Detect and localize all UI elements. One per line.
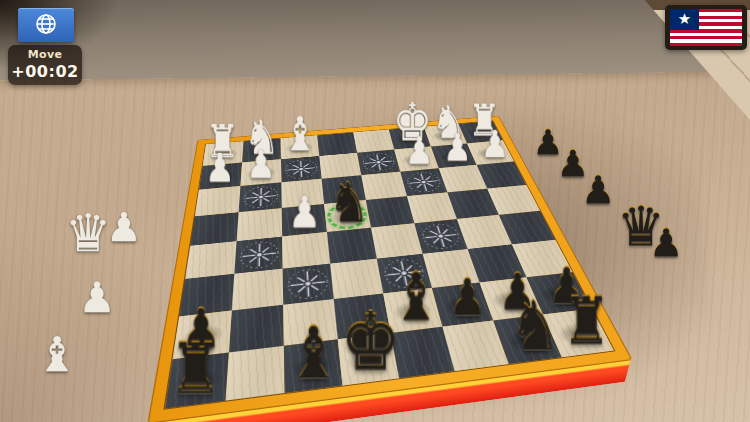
square-c4[interactable] (407, 192, 457, 223)
square-c7[interactable]: ♟ (432, 283, 493, 327)
black-knight-e4[interactable]: ♞ (328, 177, 369, 229)
square-g5[interactable] (234, 237, 282, 274)
square-b2[interactable]: ♟ (431, 143, 477, 168)
square-g6[interactable] (232, 269, 283, 311)
black-rook-h8[interactable]: ♜ (169, 337, 222, 403)
square-f1[interactable]: ♝ (281, 135, 320, 159)
captured-white-bishop: ♝ (35, 332, 78, 378)
captured-white-pawn: ♟ (106, 208, 142, 246)
board-scene: ♜♞♝♚♞♜♟♟ ♟♟♟ ♟♞ ♟♝♟♟♟♜♝♚♞♜ (110, 46, 670, 422)
square-g4[interactable] (237, 208, 283, 241)
player-flag-badge: ★ (665, 5, 747, 50)
black-king-e8[interactable]: ♚ (340, 305, 400, 380)
move-hint-star-c3[interactable] (403, 170, 444, 195)
chess-app-screen: ♜♞♝♚♞♜♟♟ ♟♟♟ ♟♞ ♟♝♟♟♟♜♝♚♞♜ ♛♟♟♝♟♟♟♛♟ (0, 0, 750, 422)
black-knight-b8[interactable]: ♞ (509, 294, 561, 359)
white-pawn-h2[interactable]: ♟ (205, 150, 235, 187)
liberia-flag: ★ (670, 9, 742, 46)
white-pawn-f4[interactable]: ♟ (288, 192, 321, 233)
square-h8[interactable]: ♜ (165, 352, 229, 408)
white-pawn-b2[interactable]: ♟ (443, 130, 471, 166)
square-a5[interactable] (499, 211, 555, 244)
move-timer: Move +00:02 (8, 45, 82, 85)
move-hint-star-f2[interactable] (283, 157, 319, 180)
black-bishop-f8[interactable]: ♝ (287, 320, 341, 387)
move-timer-value: +00:02 (8, 62, 82, 81)
captured-white-queen: ♛ (65, 209, 112, 258)
square-f6[interactable] (283, 264, 334, 305)
white-bishop-f1[interactable]: ♝ (282, 112, 318, 157)
captured-white-pawn: ♟ (78, 278, 116, 318)
white-pawn-g2[interactable]: ♟ (246, 146, 276, 183)
square-g3[interactable] (239, 182, 282, 212)
move-hint-star-g5[interactable] (237, 239, 279, 272)
globe-icon (34, 12, 58, 39)
square-e5[interactable] (327, 228, 377, 264)
square-e8[interactable]: ♚ (338, 333, 399, 386)
globe-button[interactable] (18, 8, 74, 42)
square-a2[interactable]: ♟ (467, 140, 514, 165)
white-pawn-c2[interactable]: ♟ (405, 133, 434, 169)
square-g2[interactable]: ♟ (240, 159, 281, 186)
square-g8[interactable] (225, 346, 284, 401)
square-b8[interactable]: ♞ (493, 315, 562, 364)
move-hint-star-c5[interactable] (417, 221, 464, 252)
square-f8[interactable]: ♝ (284, 339, 343, 393)
square-d4[interactable] (366, 196, 414, 228)
flag-canton: ★ (670, 9, 699, 30)
square-f2[interactable] (281, 156, 322, 182)
flag-star-icon: ★ (678, 12, 691, 27)
square-f5[interactable] (282, 232, 330, 268)
square-g7[interactable] (229, 305, 284, 353)
black-rook-a8[interactable]: ♜ (563, 291, 612, 352)
move-timer-label: Move (8, 48, 82, 61)
square-b5[interactable] (457, 215, 512, 249)
square-c2[interactable]: ♟ (394, 146, 438, 171)
captured-black-pawn: ♟ (649, 225, 683, 261)
square-f4[interactable]: ♟ (282, 204, 327, 237)
square-e4[interactable]: ♞ (324, 200, 371, 232)
black-pawn-c7[interactable]: ♟ (448, 274, 486, 322)
move-hint-star-g3[interactable] (241, 184, 279, 210)
white-pawn-a2[interactable]: ♟ (481, 127, 509, 162)
move-hint-star-f6[interactable] (286, 266, 331, 302)
square-e6[interactable] (330, 259, 383, 299)
captured-black-pawn: ♟ (581, 172, 615, 208)
board-grid: ♜♞♝♚♞♜♟♟ ♟♟♟ ♟♞ ♟♝♟♟♟♜♝♚♞♜ (165, 121, 614, 408)
